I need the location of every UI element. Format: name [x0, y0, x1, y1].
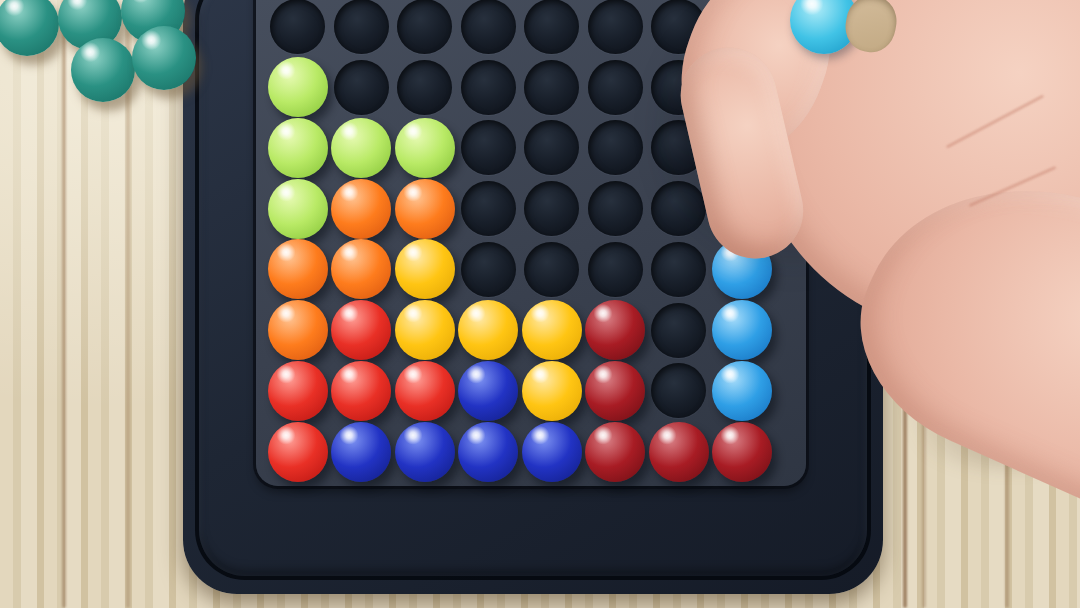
empty-socket: [461, 0, 516, 54]
empty-socket: [334, 0, 389, 54]
ball-lime-green[interactable]: [268, 118, 328, 178]
cell-r7c3[interactable]: [393, 361, 457, 422]
cell-r3c3[interactable]: [393, 118, 457, 179]
cell-r3c6[interactable]: [584, 118, 648, 179]
cell-r6c3[interactable]: [393, 300, 457, 361]
cell-r1c6[interactable]: [584, 0, 648, 57]
cell-r3c2[interactable]: [330, 118, 394, 179]
empty-socket: [461, 181, 516, 236]
cell-r5c2[interactable]: [330, 239, 394, 300]
ball-sky-blue[interactable]: [712, 300, 772, 360]
cell-r8c3[interactable]: [393, 421, 457, 482]
ball-sky-blue[interactable]: [712, 361, 772, 421]
cell-r6c6[interactable]: [584, 300, 648, 361]
cell-r5c1[interactable]: [266, 239, 330, 300]
cell-r1c5[interactable]: [520, 0, 584, 57]
ball-dark-red[interactable]: [712, 422, 772, 482]
cell-r5c6[interactable]: [584, 239, 648, 300]
ball-orange[interactable]: [331, 179, 391, 239]
empty-socket: [588, 181, 643, 236]
empty-socket: [588, 242, 643, 297]
ball-orange[interactable]: [268, 300, 328, 360]
cell-r2c1[interactable]: [266, 57, 330, 118]
ball-red[interactable]: [395, 361, 455, 421]
cell-r6c5[interactable]: [520, 300, 584, 361]
empty-socket: [651, 363, 706, 418]
empty-socket: [461, 120, 516, 175]
cell-r6c2[interactable]: [330, 300, 394, 361]
ball-red[interactable]: [268, 361, 328, 421]
empty-socket: [461, 60, 516, 115]
ball-royal-blue[interactable]: [522, 422, 582, 482]
teal-ball-offboard[interactable]: [132, 26, 196, 90]
ball-lime-green[interactable]: [331, 118, 391, 178]
cell-r3c5[interactable]: [520, 118, 584, 179]
cell-r4c6[interactable]: [584, 178, 648, 239]
ball-red[interactable]: [331, 361, 391, 421]
cell-r8c7[interactable]: [647, 421, 711, 482]
teal-ball-offboard[interactable]: [71, 38, 135, 102]
cell-r2c2[interactable]: [330, 57, 394, 118]
cell-r7c4[interactable]: [457, 361, 521, 422]
empty-socket: [588, 0, 643, 54]
empty-socket: [397, 60, 452, 115]
cell-r3c4[interactable]: [457, 118, 521, 179]
empty-socket: [524, 120, 579, 175]
empty-socket: [588, 60, 643, 115]
wood-grain-streak: [62, 0, 66, 608]
ball-yellow[interactable]: [395, 239, 455, 299]
empty-socket: [524, 0, 579, 54]
cell-r7c8[interactable]: [711, 361, 775, 422]
cell-r8c1[interactable]: [266, 421, 330, 482]
cell-r1c4[interactable]: [457, 0, 521, 57]
cell-r4c2[interactable]: [330, 178, 394, 239]
ball-royal-blue[interactable]: [331, 422, 391, 482]
cell-r6c7[interactable]: [647, 300, 711, 361]
empty-socket: [334, 60, 389, 115]
cell-r1c1[interactable]: [266, 0, 330, 57]
teal-ball-offboard[interactable]: [0, 0, 59, 56]
photo-scene: [0, 0, 1080, 608]
ball-royal-blue[interactable]: [395, 422, 455, 482]
ball-orange[interactable]: [395, 179, 455, 239]
cell-r1c3[interactable]: [393, 0, 457, 57]
empty-socket: [524, 60, 579, 115]
empty-socket: [651, 303, 706, 358]
ball-royal-blue[interactable]: [458, 422, 518, 482]
ball-red[interactable]: [331, 300, 391, 360]
ball-dark-red[interactable]: [585, 422, 645, 482]
ball-yellow[interactable]: [395, 300, 455, 360]
empty-socket: [524, 181, 579, 236]
empty-socket: [461, 242, 516, 297]
cell-r4c4[interactable]: [457, 178, 521, 239]
ball-lime-green[interactable]: [268, 179, 328, 239]
cell-r8c2[interactable]: [330, 421, 394, 482]
cell-r8c4[interactable]: [457, 421, 521, 482]
cell-r4c1[interactable]: [266, 178, 330, 239]
ball-dark-red[interactable]: [585, 300, 645, 360]
empty-socket: [588, 120, 643, 175]
cell-r8c6[interactable]: [584, 421, 648, 482]
cell-r8c8[interactable]: [711, 421, 775, 482]
cell-r1c2[interactable]: [330, 0, 394, 57]
cell-r7c7[interactable]: [647, 361, 711, 422]
ball-orange[interactable]: [268, 239, 328, 299]
ball-red[interactable]: [268, 422, 328, 482]
cell-r2c4[interactable]: [457, 57, 521, 118]
cell-r2c6[interactable]: [584, 57, 648, 118]
ball-lime-green[interactable]: [268, 57, 328, 117]
ball-yellow[interactable]: [522, 300, 582, 360]
cell-r2c5[interactable]: [520, 57, 584, 118]
cell-r5c3[interactable]: [393, 239, 457, 300]
cell-r6c1[interactable]: [266, 300, 330, 361]
cell-r8c5[interactable]: [520, 421, 584, 482]
ball-yellow[interactable]: [458, 300, 518, 360]
cell-r4c3[interactable]: [393, 178, 457, 239]
cell-r7c2[interactable]: [330, 361, 394, 422]
cell-r7c5[interactable]: [520, 361, 584, 422]
cell-r6c8[interactable]: [711, 300, 775, 361]
ball-yellow[interactable]: [522, 361, 582, 421]
cell-r6c4[interactable]: [457, 300, 521, 361]
cell-r5c4[interactable]: [457, 239, 521, 300]
cell-r5c5[interactable]: [520, 239, 584, 300]
empty-socket: [397, 0, 452, 54]
cell-r3c1[interactable]: [266, 118, 330, 179]
ball-dark-red[interactable]: [649, 422, 709, 482]
ball-orange[interactable]: [331, 239, 391, 299]
ball-lime-green[interactable]: [395, 118, 455, 178]
empty-socket: [524, 242, 579, 297]
cell-r2c3[interactable]: [393, 57, 457, 118]
cell-r4c5[interactable]: [520, 178, 584, 239]
empty-socket: [270, 0, 325, 54]
cell-r7c6[interactable]: [584, 361, 648, 422]
cell-r7c1[interactable]: [266, 361, 330, 422]
ball-royal-blue[interactable]: [458, 361, 518, 421]
ball-dark-red[interactable]: [585, 361, 645, 421]
